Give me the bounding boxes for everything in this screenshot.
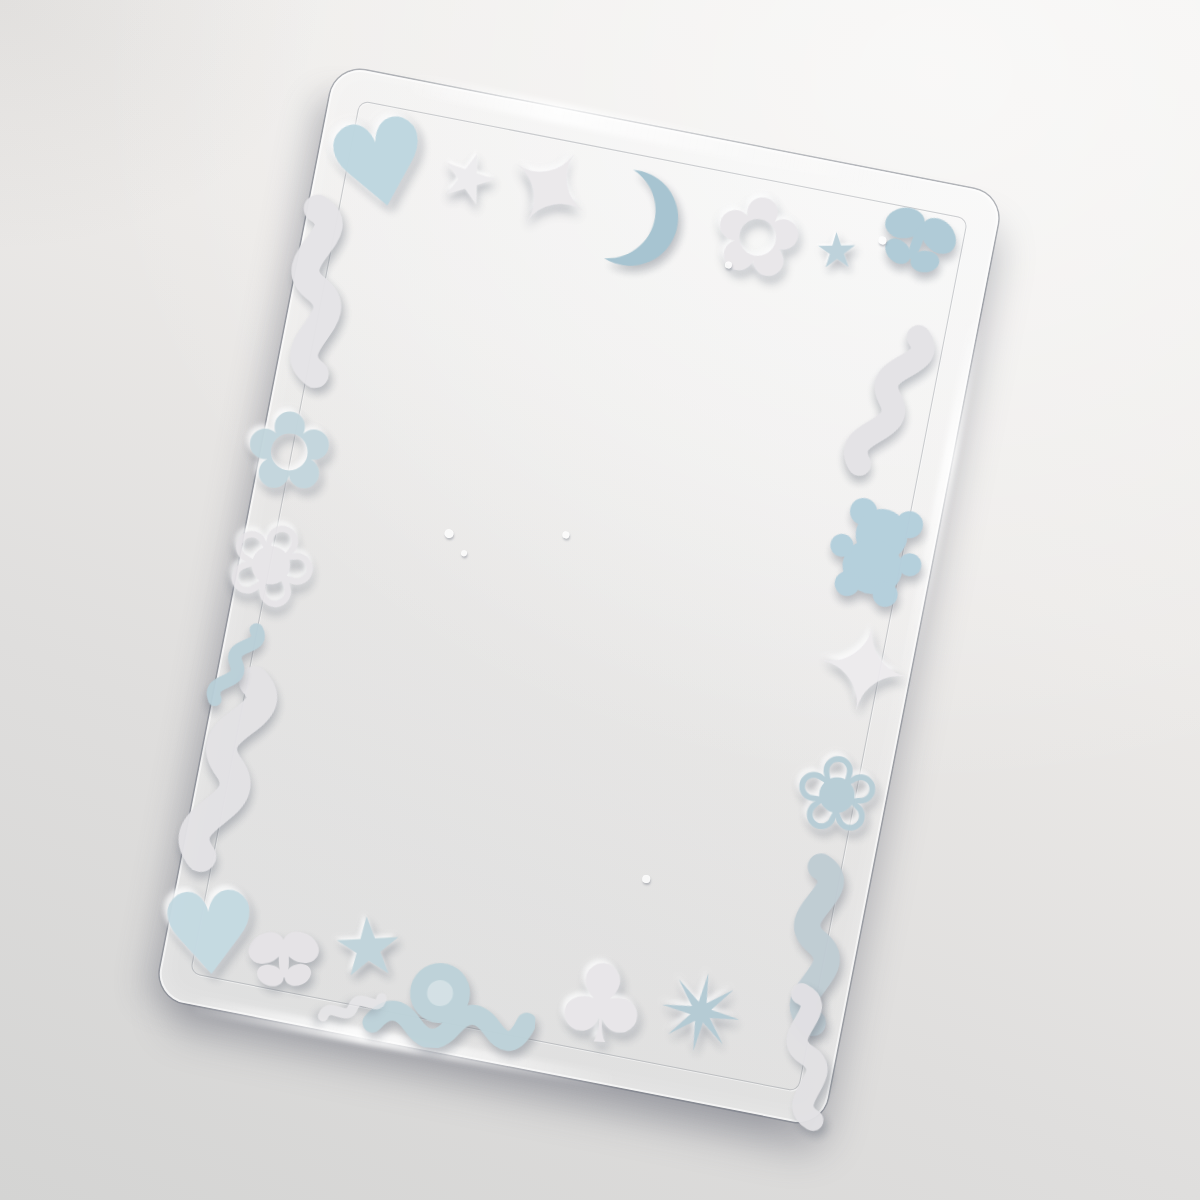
clover-charm: ♣ [550,948,652,1061]
blue-sakura-charm: ✿ [243,396,335,506]
blue-flower-charm: ❀ [791,740,883,848]
blue-star-charm: ★ [330,905,406,989]
mini-star-charm: ★ [815,225,859,274]
desk-surface: ♥★✦✿★ ✦❀ ✴♣ ★ ♥ ❀✿ [0,0,1200,1200]
squiggle-left-top-charm [278,193,354,389]
sparkle-diamond-charm: ✦ [805,605,923,737]
blue-heart-charm: ♥ [156,875,264,994]
acrylic-card-holder: ♥★✦✿★ ✦❀ ✴♣ ★ ♥ ❀✿ [155,65,1004,1127]
